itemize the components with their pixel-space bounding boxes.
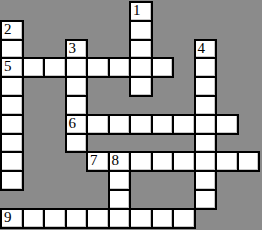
grid-cell[interactable]: [194, 114, 218, 135]
grid-cell[interactable]: [0, 151, 24, 172]
grid-cell[interactable]: [151, 151, 175, 172]
clue-number-4: 4: [198, 41, 206, 56]
grid-cell[interactable]: [194, 76, 218, 97]
clue-number-8: 8: [112, 153, 120, 168]
grid-cell[interactable]: [172, 114, 196, 135]
grid-cell[interactable]: [194, 170, 218, 191]
grid-cell[interactable]: [151, 57, 175, 78]
grid-cell[interactable]: [43, 57, 67, 78]
grid-cell[interactable]: [215, 114, 239, 135]
clue-number-7: 7: [90, 153, 98, 168]
grid-cell[interactable]: [22, 208, 46, 229]
grid-cell[interactable]: 6: [65, 114, 89, 135]
grid-cell[interactable]: 4: [194, 39, 218, 60]
grid-cell[interactable]: 8: [108, 151, 132, 172]
grid-cell[interactable]: [0, 76, 24, 97]
clue-number-3: 3: [69, 41, 77, 56]
grid-cell[interactable]: [43, 208, 67, 229]
grid-cell[interactable]: 9: [0, 208, 24, 229]
grid-cell[interactable]: [108, 57, 132, 78]
grid-cell[interactable]: [65, 208, 89, 229]
grid-cell[interactable]: [194, 57, 218, 78]
grid-cell[interactable]: [194, 151, 218, 172]
grid-cell[interactable]: [194, 133, 218, 154]
grid-cell[interactable]: [65, 133, 89, 154]
grid-cell[interactable]: [129, 76, 153, 97]
grid-cell[interactable]: [108, 114, 132, 135]
grid-cell[interactable]: [172, 208, 196, 229]
clue-number-6: 6: [69, 116, 77, 131]
grid-cell[interactable]: [129, 39, 153, 60]
grid-cell[interactable]: [65, 76, 89, 97]
grid-cell[interactable]: [237, 151, 261, 172]
grid-cell[interactable]: [0, 114, 24, 135]
grid-cell[interactable]: [86, 57, 110, 78]
grid-cell[interactable]: [215, 151, 239, 172]
grid-cell[interactable]: [86, 208, 110, 229]
grid-cell[interactable]: [194, 189, 218, 210]
grid-cell[interactable]: 5: [0, 57, 24, 78]
grid-cell[interactable]: [129, 20, 153, 41]
grid-cell[interactable]: 1: [129, 1, 153, 22]
grid-cell[interactable]: [65, 57, 89, 78]
crossword-board: 123456789: [0, 0, 262, 230]
grid-cell[interactable]: [65, 95, 89, 116]
grid-cell[interactable]: [129, 151, 153, 172]
grid-cell[interactable]: [172, 151, 196, 172]
grid-cell[interactable]: [0, 133, 24, 154]
crossword-screen: 123456789: [0, 0, 262, 230]
grid-cell[interactable]: [0, 39, 24, 60]
grid-cell[interactable]: [151, 208, 175, 229]
clue-number-9: 9: [4, 210, 12, 225]
grid-cell[interactable]: [22, 57, 46, 78]
grid-cell[interactable]: 2: [0, 20, 24, 41]
grid-cell[interactable]: [129, 57, 153, 78]
clue-number-1: 1: [133, 3, 141, 18]
grid-cell[interactable]: 3: [65, 39, 89, 60]
grid-cell[interactable]: [129, 208, 153, 229]
grid-cell[interactable]: [151, 114, 175, 135]
grid-cell[interactable]: [0, 170, 24, 191]
grid-cell[interactable]: [0, 95, 24, 116]
grid-cell[interactable]: [129, 114, 153, 135]
clue-number-5: 5: [4, 59, 12, 74]
grid-cell[interactable]: 7: [86, 151, 110, 172]
grid-cell[interactable]: [194, 95, 218, 116]
grid-cell[interactable]: [108, 189, 132, 210]
clue-number-2: 2: [4, 22, 12, 37]
grid-cell[interactable]: [108, 170, 132, 191]
grid-cell[interactable]: [86, 114, 110, 135]
grid-cell[interactable]: [108, 208, 132, 229]
